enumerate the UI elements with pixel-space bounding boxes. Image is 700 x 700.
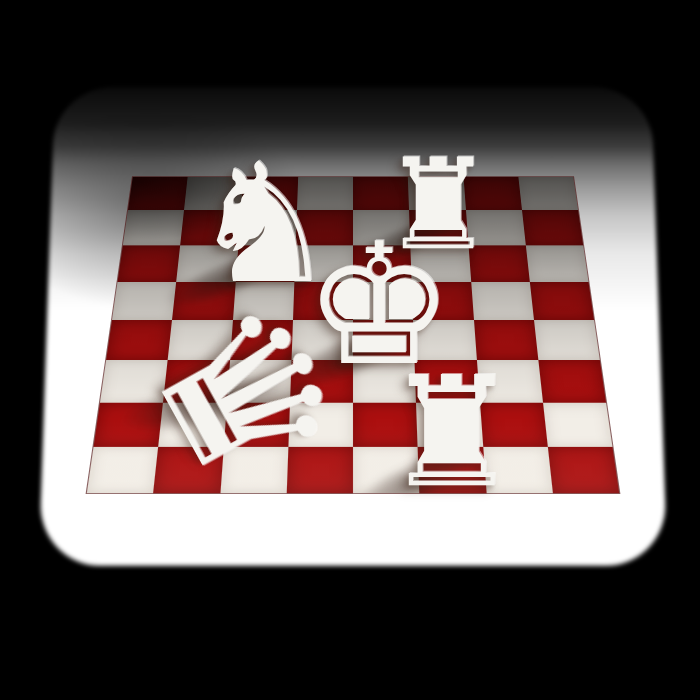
square-a5[interactable] [112, 282, 176, 320]
square-h6[interactable] [526, 245, 589, 282]
square-a7[interactable] [123, 210, 184, 245]
square-a6[interactable] [118, 245, 181, 282]
square-a8[interactable] [128, 177, 188, 210]
square-h7[interactable] [522, 210, 583, 245]
square-h3[interactable] [538, 360, 606, 402]
square-h8[interactable] [518, 177, 578, 210]
square-h5[interactable] [530, 282, 594, 320]
chess-scene: ♞♜♚♛♜ [0, 0, 700, 700]
square-g5[interactable] [471, 282, 534, 320]
square-h2[interactable] [543, 402, 613, 446]
square-h1[interactable] [548, 447, 620, 494]
white-rook[interactable]: ♜ [384, 357, 520, 509]
square-h4[interactable] [534, 320, 600, 360]
